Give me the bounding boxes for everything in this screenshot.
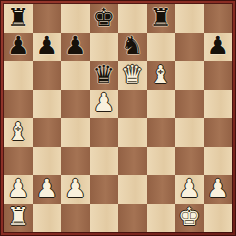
piece-black-pawn-a7[interactable]: ♟ bbox=[7, 33, 29, 58]
square-f8[interactable]: ♜ bbox=[147, 4, 176, 33]
square-e5[interactable] bbox=[118, 90, 147, 119]
square-h2[interactable]: ♟ bbox=[204, 175, 233, 204]
square-c3[interactable] bbox=[61, 147, 90, 176]
square-b2[interactable]: ♟ bbox=[33, 175, 62, 204]
square-g5[interactable] bbox=[175, 90, 204, 119]
square-e7[interactable]: ♞ bbox=[118, 33, 147, 62]
piece-black-pawn-h7[interactable]: ♟ bbox=[207, 33, 229, 58]
piece-white-pawn-b2[interactable]: ♟ bbox=[36, 176, 58, 201]
square-d4[interactable] bbox=[90, 118, 119, 147]
square-g4[interactable] bbox=[175, 118, 204, 147]
chess-board: ♜♚♜♟♟♟♞♟♛♛♝♟♝♟♟♟♟♟♜♚ bbox=[4, 4, 232, 232]
board-frame: ♜♚♜♟♟♟♞♟♛♛♝♟♝♟♟♟♟♟♜♚ bbox=[0, 0, 236, 236]
square-c2[interactable]: ♟ bbox=[61, 175, 90, 204]
piece-white-pawn-h2[interactable]: ♟ bbox=[207, 176, 229, 201]
piece-white-queen-e6[interactable]: ♛ bbox=[121, 62, 143, 87]
square-d5[interactable]: ♟ bbox=[90, 90, 119, 119]
piece-white-pawn-g2[interactable]: ♟ bbox=[178, 176, 200, 201]
square-g2[interactable]: ♟ bbox=[175, 175, 204, 204]
piece-white-pawn-a2[interactable]: ♟ bbox=[7, 176, 29, 201]
square-f2[interactable] bbox=[147, 175, 176, 204]
square-a2[interactable]: ♟ bbox=[4, 175, 33, 204]
square-h1[interactable] bbox=[204, 204, 233, 233]
square-e8[interactable] bbox=[118, 4, 147, 33]
square-h6[interactable] bbox=[204, 61, 233, 90]
square-h7[interactable]: ♟ bbox=[204, 33, 233, 62]
piece-white-pawn-d5[interactable]: ♟ bbox=[93, 90, 115, 115]
square-b8[interactable] bbox=[33, 4, 62, 33]
piece-white-bishop-a4[interactable]: ♝ bbox=[7, 119, 29, 144]
square-f7[interactable] bbox=[147, 33, 176, 62]
square-a6[interactable] bbox=[4, 61, 33, 90]
square-g3[interactable] bbox=[175, 147, 204, 176]
piece-black-rook-a8[interactable]: ♜ bbox=[7, 5, 29, 30]
square-h8[interactable] bbox=[204, 4, 233, 33]
square-a1[interactable]: ♜ bbox=[4, 204, 33, 233]
square-h4[interactable] bbox=[204, 118, 233, 147]
piece-white-rook-a1[interactable]: ♜ bbox=[7, 204, 29, 229]
square-e2[interactable] bbox=[118, 175, 147, 204]
piece-white-pawn-c2[interactable]: ♟ bbox=[64, 176, 86, 201]
piece-white-king-g1[interactable]: ♚ bbox=[178, 204, 200, 229]
square-h3[interactable] bbox=[204, 147, 233, 176]
square-g8[interactable] bbox=[175, 4, 204, 33]
square-g1[interactable]: ♚ bbox=[175, 204, 204, 233]
square-b5[interactable] bbox=[33, 90, 62, 119]
square-d2[interactable] bbox=[90, 175, 119, 204]
square-a5[interactable] bbox=[4, 90, 33, 119]
square-f1[interactable] bbox=[147, 204, 176, 233]
square-g7[interactable] bbox=[175, 33, 204, 62]
square-c4[interactable] bbox=[61, 118, 90, 147]
piece-black-pawn-c7[interactable]: ♟ bbox=[64, 33, 86, 58]
square-e1[interactable] bbox=[118, 204, 147, 233]
piece-black-king-d8[interactable]: ♚ bbox=[93, 5, 115, 30]
square-h5[interactable] bbox=[204, 90, 233, 119]
square-g6[interactable] bbox=[175, 61, 204, 90]
square-d1[interactable] bbox=[90, 204, 119, 233]
square-c7[interactable]: ♟ bbox=[61, 33, 90, 62]
piece-black-queen-d6[interactable]: ♛ bbox=[93, 62, 115, 87]
square-f4[interactable] bbox=[147, 118, 176, 147]
square-e3[interactable] bbox=[118, 147, 147, 176]
piece-white-bishop-f6[interactable]: ♝ bbox=[150, 62, 172, 87]
square-b3[interactable] bbox=[33, 147, 62, 176]
square-e6[interactable]: ♛ bbox=[118, 61, 147, 90]
square-c1[interactable] bbox=[61, 204, 90, 233]
square-a7[interactable]: ♟ bbox=[4, 33, 33, 62]
piece-black-rook-f8[interactable]: ♜ bbox=[150, 5, 172, 30]
square-b4[interactable] bbox=[33, 118, 62, 147]
square-c8[interactable] bbox=[61, 4, 90, 33]
piece-black-knight-e7[interactable]: ♞ bbox=[121, 33, 143, 58]
square-b7[interactable]: ♟ bbox=[33, 33, 62, 62]
square-d7[interactable] bbox=[90, 33, 119, 62]
square-a3[interactable] bbox=[4, 147, 33, 176]
square-e4[interactable] bbox=[118, 118, 147, 147]
square-f6[interactable]: ♝ bbox=[147, 61, 176, 90]
square-d8[interactable]: ♚ bbox=[90, 4, 119, 33]
square-c5[interactable] bbox=[61, 90, 90, 119]
square-a8[interactable]: ♜ bbox=[4, 4, 33, 33]
square-d6[interactable]: ♛ bbox=[90, 61, 119, 90]
square-d3[interactable] bbox=[90, 147, 119, 176]
square-b1[interactable] bbox=[33, 204, 62, 233]
square-c6[interactable] bbox=[61, 61, 90, 90]
square-b6[interactable] bbox=[33, 61, 62, 90]
square-f3[interactable] bbox=[147, 147, 176, 176]
piece-black-pawn-b7[interactable]: ♟ bbox=[36, 33, 58, 58]
square-f5[interactable] bbox=[147, 90, 176, 119]
square-a4[interactable]: ♝ bbox=[4, 118, 33, 147]
